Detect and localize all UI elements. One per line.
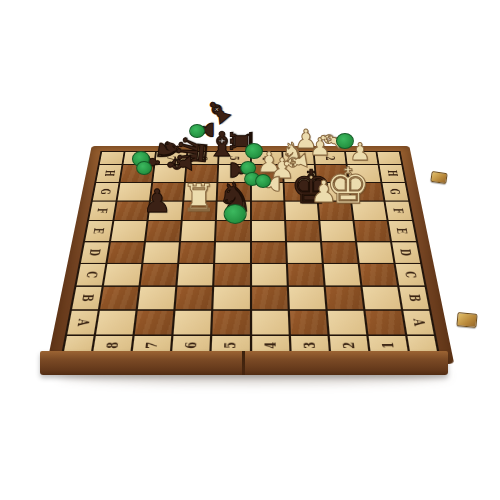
coord-label-right: B xyxy=(399,287,429,310)
board-square[interactable] xyxy=(290,311,328,335)
board-square[interactable] xyxy=(108,242,144,262)
folding-case-front xyxy=(40,351,448,375)
coord-label-left: D xyxy=(81,242,109,262)
board-square[interactable] xyxy=(100,287,138,310)
light-rook[interactable]: ♜ xyxy=(182,179,216,217)
felt-base xyxy=(136,161,152,175)
board-square[interactable] xyxy=(320,221,355,240)
board-square[interactable] xyxy=(141,264,178,285)
light-king[interactable]: ♚ xyxy=(326,161,371,211)
felt-base xyxy=(224,204,247,224)
board-square[interactable] xyxy=(286,221,320,240)
board-square[interactable] xyxy=(327,311,366,335)
board-square[interactable] xyxy=(178,264,214,285)
board-square[interactable] xyxy=(324,264,361,285)
board-square[interactable] xyxy=(289,287,326,310)
coord-label-left: B xyxy=(72,287,102,310)
board-square[interactable] xyxy=(357,242,393,262)
board-square[interactable] xyxy=(104,264,141,285)
board-square[interactable] xyxy=(181,221,215,240)
coord-label-left: C xyxy=(77,264,106,285)
board-square[interactable] xyxy=(216,221,249,240)
product-photo-chess-set: 87654321HHGGFFEEDDCCBBAA87654321 ♝♟♟♟♝♟♞… xyxy=(0,0,500,500)
felt-base xyxy=(245,143,263,159)
coord-label-right: E xyxy=(389,221,416,240)
board-square[interactable] xyxy=(180,242,215,262)
board-square[interactable] xyxy=(252,242,286,262)
board-square[interactable] xyxy=(287,242,322,262)
board-square[interactable] xyxy=(176,287,213,310)
board-square[interactable] xyxy=(365,311,405,335)
board-square[interactable] xyxy=(252,311,289,335)
board-square[interactable] xyxy=(322,242,358,262)
coord-label-right: F xyxy=(386,202,412,221)
board-square[interactable] xyxy=(252,287,288,310)
felt-base xyxy=(189,124,205,138)
board-square[interactable] xyxy=(251,202,283,221)
board-square[interactable] xyxy=(354,221,389,240)
dark-bishop[interactable]: ♝ xyxy=(207,127,237,161)
coord-label-left: H xyxy=(96,165,121,182)
board-square[interactable] xyxy=(144,242,180,262)
coord-label-right: C xyxy=(396,264,425,285)
board-square[interactable] xyxy=(146,221,181,240)
coord-label-right: G xyxy=(382,183,408,201)
brass-latch xyxy=(430,171,447,184)
board-square[interactable] xyxy=(360,264,397,285)
board-square[interactable] xyxy=(138,287,176,310)
coord-label-left: G xyxy=(93,183,119,201)
coord-label-left: A xyxy=(67,311,97,335)
board-square[interactable] xyxy=(362,287,400,310)
board-square[interactable] xyxy=(96,311,136,335)
board-square[interactable] xyxy=(174,311,212,335)
fold-seam xyxy=(242,351,245,375)
board-square[interactable] xyxy=(214,287,250,310)
board-square[interactable] xyxy=(111,221,146,240)
coord-label-left: F xyxy=(89,202,115,221)
board-square[interactable] xyxy=(135,311,174,335)
dark-bishop[interactable]: ♝ xyxy=(163,148,197,179)
board-square[interactable] xyxy=(215,264,250,285)
board-square[interactable] xyxy=(288,264,324,285)
dark-pawn[interactable]: ♟ xyxy=(143,185,172,217)
board-square[interactable] xyxy=(252,264,287,285)
coord-label-right: D xyxy=(392,242,420,262)
board-square[interactable] xyxy=(213,311,250,335)
corner-cell xyxy=(100,152,124,164)
coord-label-right: A xyxy=(403,311,433,335)
board-square[interactable] xyxy=(251,221,284,240)
coord-label-right: H xyxy=(380,165,405,182)
corner-cell xyxy=(377,152,401,164)
felt-base xyxy=(255,174,271,188)
coord-label-left: E xyxy=(85,221,112,240)
brass-latch xyxy=(456,312,477,328)
felt-base xyxy=(336,133,354,149)
board-square[interactable] xyxy=(216,242,250,262)
board-square[interactable] xyxy=(325,287,363,310)
